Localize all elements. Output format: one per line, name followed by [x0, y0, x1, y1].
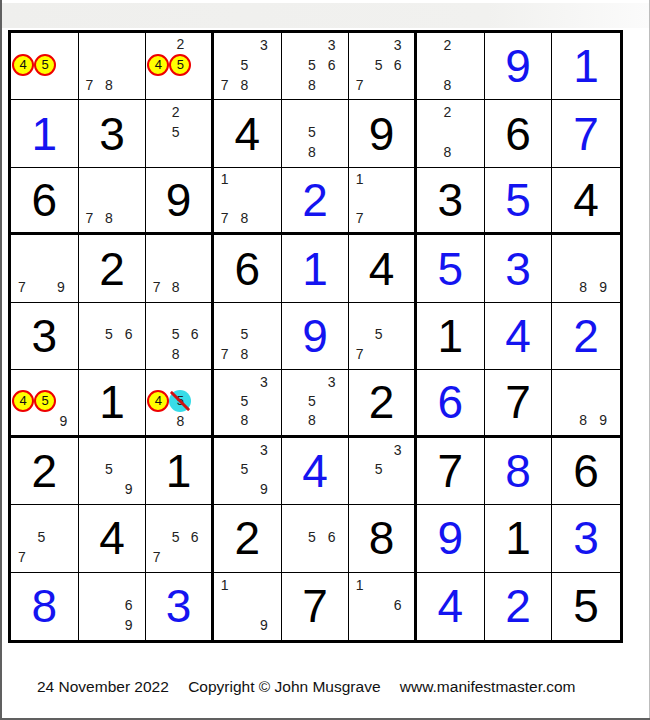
cell-r5c5[interactable]: 9: [282, 303, 350, 370]
cell-r1c2[interactable]: 78: [79, 33, 147, 100]
candidate-7: 7: [215, 344, 235, 364]
solved-digit: 5: [485, 168, 552, 232]
cell-r1c4[interactable]: 3578: [214, 33, 282, 100]
candidate-9: 9: [254, 615, 274, 635]
cell-r6c5[interactable]: 358: [282, 370, 350, 437]
sudoku-board: 4578245357835683567289113254589286767891…: [8, 30, 623, 643]
candidate-grid: 459: [11, 370, 78, 434]
candidate-1: 1: [215, 575, 235, 595]
solved-digit: 7: [552, 100, 620, 166]
cell-r3c7[interactable]: 3: [417, 168, 485, 235]
cell-r5c2[interactable]: 56: [79, 303, 147, 370]
cell-r8c4[interactable]: 2: [214, 505, 282, 572]
solved-digit: 4: [485, 303, 552, 369]
given-digit: 2: [349, 370, 414, 434]
cell-r5c9[interactable]: 2: [552, 303, 620, 370]
empty-candidate-slot: [119, 344, 139, 364]
cell-r4c9[interactable]: 89: [552, 235, 620, 302]
empty-candidate-slot: [12, 76, 34, 95]
empty-candidate-slot: [12, 507, 32, 527]
empty-candidate-slot: [283, 75, 303, 95]
empty-candidate-slot: [388, 479, 407, 499]
cell-r4c6[interactable]: 4: [349, 235, 417, 302]
empty-candidate-slot: [254, 344, 274, 364]
given-digit: 3: [11, 303, 78, 369]
candidate-grid: 3568: [282, 33, 349, 99]
candidate-2: 2: [438, 102, 458, 122]
cell-r7c2[interactable]: 59: [79, 438, 147, 505]
highlighted-candidate-yellow: 4: [147, 390, 169, 412]
empty-candidate-slot: [191, 372, 204, 390]
cell-r1c1[interactable]: 45: [11, 33, 79, 100]
candidate-grid: 359: [214, 438, 281, 504]
cell-r9c3[interactable]: 3: [146, 573, 214, 640]
empty-candidate-slot: [99, 35, 119, 55]
highlighted-candidate-yellow: 4: [12, 54, 34, 76]
cell-r2c5[interactable]: 58: [282, 100, 350, 167]
candidate-grid: 458: [146, 370, 211, 434]
empty-candidate-slot: [215, 411, 235, 430]
candidate-9: 9: [593, 277, 613, 297]
candidate-9: 9: [119, 615, 139, 635]
given-digit: 4: [349, 235, 414, 301]
empty-candidate-slot: [369, 575, 388, 595]
cell-r7c9[interactable]: 6: [552, 438, 620, 505]
candidate-8: 8: [235, 344, 255, 364]
given-digit: 1: [146, 438, 211, 504]
empty-candidate-slot: [119, 170, 139, 189]
cell-r6c3[interactable]: 458: [146, 370, 214, 437]
empty-candidate-slot: [32, 507, 52, 527]
candidate-8: 8: [235, 208, 255, 227]
cell-r9c9[interactable]: 5: [552, 573, 620, 640]
candidate-3: 3: [254, 440, 274, 460]
candidate-3: 3: [322, 35, 342, 55]
empty-candidate-slot: [166, 507, 185, 527]
empty-candidate-slot: [235, 372, 255, 391]
candidate-8: 8: [573, 411, 593, 430]
cell-r1c7[interactable]: 28: [417, 33, 485, 100]
candidate-grid: 89: [552, 370, 620, 434]
empty-candidate-slot: [99, 575, 119, 595]
cell-r8c6[interactable]: 8: [349, 505, 417, 572]
empty-candidate-slot: [215, 325, 235, 345]
cell-r3c1[interactable]: 6: [11, 168, 79, 235]
candidate-6: 6: [388, 595, 407, 615]
candidate-5: 5: [235, 391, 255, 410]
empty-candidate-slot: [12, 257, 32, 277]
empty-candidate-slot: [185, 547, 204, 567]
highlighted-candidate-yellow: 4: [147, 54, 169, 76]
empty-candidate-slot: [12, 35, 34, 54]
cell-r6c7[interactable]: 6: [417, 370, 485, 437]
empty-candidate-slot: [369, 75, 388, 95]
cell-r4c5[interactable]: 1: [282, 235, 350, 302]
empty-candidate-slot: [215, 595, 235, 615]
candidate-5: 5: [169, 54, 191, 76]
solved-digit: 2: [282, 168, 349, 232]
empty-candidate-slot: [147, 257, 166, 277]
cell-r2c9[interactable]: 7: [552, 100, 620, 167]
cell-r8c2[interactable]: 4: [79, 505, 147, 572]
cell-r7c4[interactable]: 359: [214, 438, 282, 505]
cell-r4c3[interactable]: 78: [146, 235, 214, 302]
empty-candidate-slot: [147, 372, 169, 390]
cell-r1c3[interactable]: 245: [146, 33, 214, 100]
cell-r3c9[interactable]: 4: [552, 168, 620, 235]
given-digit: 4: [552, 168, 620, 232]
cell-r2c4[interactable]: 4: [214, 100, 282, 167]
solved-digit: 3: [485, 235, 552, 301]
cell-r1c6[interactable]: 3567: [349, 33, 417, 100]
empty-candidate-slot: [56, 54, 71, 76]
candidate-grid: 57: [349, 303, 414, 369]
empty-candidate-slot: [322, 547, 342, 567]
empty-candidate-slot: [235, 305, 255, 325]
empty-candidate-slot: [166, 237, 185, 257]
cell-r9c4[interactable]: 19: [214, 573, 282, 640]
cell-r7c1[interactable]: 2: [11, 438, 79, 505]
cell-r2c8[interactable]: 6: [485, 100, 553, 167]
empty-candidate-slot: [80, 440, 100, 460]
empty-candidate-slot: [573, 372, 593, 391]
empty-candidate-slot: [283, 411, 303, 430]
empty-candidate-slot: [235, 440, 255, 460]
candidate-7: 7: [350, 208, 369, 227]
candidate-5: 5: [166, 122, 185, 142]
candidate-grid: 16: [349, 573, 414, 640]
cell-r2c7[interactable]: 28: [417, 100, 485, 167]
empty-candidate-slot: [457, 35, 477, 55]
candidate-grid: 19: [214, 573, 281, 640]
candidate-3: 3: [254, 372, 274, 391]
empty-candidate-slot: [283, 391, 303, 410]
empty-candidate-slot: [235, 595, 255, 615]
cell-r3c5[interactable]: 2: [282, 168, 350, 235]
given-digit: 6: [214, 235, 281, 301]
candidate-grid: 3567: [349, 33, 414, 99]
empty-candidate-slot: [553, 237, 573, 257]
empty-candidate-slot: [254, 305, 274, 325]
empty-candidate-slot: [593, 372, 613, 391]
candidate-5: 5: [302, 527, 322, 547]
candidate-6: 6: [119, 595, 139, 615]
empty-candidate-slot: [99, 305, 119, 325]
solved-digit: 1: [282, 235, 349, 301]
empty-candidate-slot: [235, 170, 255, 189]
given-digit: 5: [552, 573, 620, 640]
empty-candidate-slot: [593, 391, 613, 410]
given-digit: 7: [417, 438, 484, 504]
cell-r2c1[interactable]: 1: [11, 100, 79, 167]
footer-website: www.manifestmaster.com: [400, 678, 576, 695]
candidate-7: 7: [147, 547, 166, 567]
candidate-5: 5: [169, 390, 191, 412]
cell-r6c8[interactable]: 7: [485, 370, 553, 437]
cell-r7c7[interactable]: 7: [417, 438, 485, 505]
cell-r7c3[interactable]: 1: [146, 438, 214, 505]
cell-r6c1[interactable]: 459: [11, 370, 79, 437]
candidate-8: 8: [573, 277, 593, 297]
cell-r9c2[interactable]: 69: [79, 573, 147, 640]
candidate-7: 7: [350, 344, 369, 364]
candidate-5: 5: [166, 325, 185, 345]
footer: 24 November 2022 Copyright © John Musgra…: [37, 678, 576, 696]
cell-r7c8[interactable]: 8: [485, 438, 553, 505]
candidate-4: 4: [12, 54, 34, 76]
cell-r4c4[interactable]: 6: [214, 235, 282, 302]
empty-candidate-slot: [573, 257, 593, 277]
cell-r1c9[interactable]: 1: [552, 33, 620, 100]
candidate-5: 5: [166, 527, 185, 547]
cell-r5c4[interactable]: 578: [214, 303, 282, 370]
cell-r9c6[interactable]: 16: [349, 573, 417, 640]
empty-candidate-slot: [369, 344, 388, 364]
solved-digit: 5: [417, 235, 484, 301]
empty-candidate-slot: [12, 527, 32, 547]
empty-candidate-slot: [185, 102, 204, 122]
solved-digit: 4: [417, 573, 484, 640]
candidate-8: 8: [169, 412, 191, 430]
empty-candidate-slot: [80, 305, 100, 325]
empty-candidate-slot: [388, 189, 407, 208]
candidate-grid: 3578: [214, 33, 281, 99]
cell-r8c7[interactable]: 9: [417, 505, 485, 572]
empty-candidate-slot: [215, 372, 235, 391]
candidate-grid: 79: [11, 235, 78, 301]
empty-candidate-slot: [302, 102, 322, 122]
cell-r1c8[interactable]: 9: [485, 33, 553, 100]
given-digit: 2: [79, 235, 146, 301]
cell-r5c6[interactable]: 57: [349, 303, 417, 370]
empty-candidate-slot: [283, 102, 303, 122]
empty-candidate-slot: [418, 102, 438, 122]
candidate-grid: 17: [349, 168, 414, 232]
cell-r5c3[interactable]: 568: [146, 303, 214, 370]
candidate-5: 5: [32, 527, 52, 547]
cell-r9c1[interactable]: 8: [11, 573, 79, 640]
candidate-grid: 78: [79, 168, 146, 232]
empty-candidate-slot: [388, 170, 407, 189]
empty-candidate-slot: [99, 189, 119, 208]
candidate-grid: 28: [417, 100, 484, 166]
empty-candidate-slot: [80, 575, 100, 595]
empty-candidate-slot: [80, 35, 100, 55]
empty-candidate-slot: [350, 305, 369, 325]
candidate-grid: 245: [146, 33, 211, 99]
empty-candidate-slot: [80, 55, 100, 75]
empty-candidate-slot: [56, 390, 71, 412]
candidate-5: 5: [99, 325, 119, 345]
given-digit: 9: [146, 168, 211, 232]
empty-candidate-slot: [166, 305, 185, 325]
empty-candidate-slot: [147, 122, 166, 142]
candidate-9: 9: [593, 411, 613, 430]
empty-candidate-slot: [80, 189, 100, 208]
empty-candidate-slot: [191, 35, 204, 54]
cell-r3c3[interactable]: 9: [146, 168, 214, 235]
candidate-8: 8: [235, 75, 255, 95]
candidate-8: 8: [302, 411, 322, 430]
empty-candidate-slot: [147, 527, 166, 547]
cell-r5c8[interactable]: 4: [485, 303, 553, 370]
empty-candidate-slot: [553, 411, 573, 430]
highlighted-candidate-yellow: 4: [12, 390, 34, 412]
cell-r4c7[interactable]: 5: [417, 235, 485, 302]
cell-r5c1[interactable]: 3: [11, 303, 79, 370]
given-digit: 4: [214, 100, 281, 166]
candidate-8: 8: [302, 75, 322, 95]
candidate-9: 9: [56, 412, 71, 430]
empty-candidate-slot: [185, 277, 204, 297]
empty-candidate-slot: [147, 344, 166, 364]
cell-r6c9[interactable]: 89: [552, 370, 620, 437]
candidate-4: 4: [12, 390, 34, 412]
empty-candidate-slot: [322, 391, 342, 410]
empty-candidate-slot: [593, 257, 613, 277]
cell-r8c1[interactable]: 57: [11, 505, 79, 572]
candidate-5: 5: [235, 459, 255, 479]
candidate-7: 7: [80, 208, 100, 227]
solved-digit: 8: [485, 438, 552, 504]
cell-r4c2[interactable]: 2: [79, 235, 147, 302]
empty-candidate-slot: [388, 305, 407, 325]
cell-r2c2[interactable]: 3: [79, 100, 147, 167]
empty-candidate-slot: [302, 547, 322, 567]
empty-candidate-slot: [119, 575, 139, 595]
empty-candidate-slot: [169, 76, 191, 95]
empty-candidate-slot: [99, 344, 119, 364]
candidate-8: 8: [99, 75, 119, 95]
cell-r6c2[interactable]: 1: [79, 370, 147, 437]
empty-candidate-slot: [80, 459, 100, 479]
given-digit: 1: [485, 505, 552, 571]
cell-r6c6[interactable]: 2: [349, 370, 417, 437]
empty-candidate-slot: [418, 35, 438, 55]
empty-candidate-slot: [51, 257, 71, 277]
candidate-digit: 5: [177, 394, 184, 407]
candidate-2: 2: [169, 35, 191, 54]
cell-r9c5[interactable]: 7: [282, 573, 350, 640]
empty-candidate-slot: [283, 35, 303, 55]
candidate-grid: 78: [146, 235, 211, 301]
window-left-border: [0, 0, 2, 720]
candidate-5: 5: [369, 55, 388, 75]
cell-r3c4[interactable]: 178: [214, 168, 282, 235]
given-digit: 1: [79, 370, 146, 434]
candidate-2: 2: [166, 102, 185, 122]
empty-candidate-slot: [254, 595, 274, 615]
top-bar: [2, 3, 649, 28]
empty-candidate-slot: [235, 615, 255, 635]
cell-r9c7[interactable]: 4: [417, 573, 485, 640]
empty-candidate-slot: [553, 391, 573, 410]
cell-r6c4[interactable]: 358: [214, 370, 282, 437]
cell-r7c5[interactable]: 4: [282, 438, 350, 505]
candidate-1: 1: [350, 170, 369, 189]
cell-r8c9[interactable]: 3: [552, 505, 620, 572]
empty-candidate-slot: [119, 459, 139, 479]
empty-candidate-slot: [322, 122, 342, 142]
empty-candidate-slot: [119, 55, 139, 75]
given-digit: 7: [485, 370, 552, 434]
given-digit: 8: [349, 505, 414, 571]
given-digit: 1: [417, 303, 484, 369]
candidate-grid: 358: [214, 370, 281, 434]
empty-candidate-slot: [147, 412, 169, 430]
given-digit: 6: [552, 438, 620, 504]
empty-candidate-slot: [369, 305, 388, 325]
cell-r8c3[interactable]: 567: [146, 505, 214, 572]
given-digit: 4: [79, 505, 146, 571]
cell-r2c6[interactable]: 9: [349, 100, 417, 167]
empty-candidate-slot: [438, 55, 458, 75]
empty-candidate-slot: [388, 459, 407, 479]
candidate-6: 6: [322, 527, 342, 547]
empty-candidate-slot: [191, 412, 204, 430]
empty-candidate-slot: [32, 257, 52, 277]
empty-candidate-slot: [34, 35, 56, 54]
candidate-5: 5: [302, 391, 322, 410]
empty-candidate-slot: [119, 75, 139, 95]
cell-r3c8[interactable]: 5: [485, 168, 553, 235]
cell-r7c6[interactable]: 35: [349, 438, 417, 505]
eliminated-candidate-cyan-strike: 5: [169, 390, 191, 412]
empty-candidate-slot: [191, 54, 204, 76]
candidate-7: 7: [12, 277, 32, 297]
empty-candidate-slot: [350, 479, 369, 499]
given-digit: 6: [11, 168, 78, 232]
cell-r4c8[interactable]: 3: [485, 235, 553, 302]
cell-r3c2[interactable]: 78: [79, 168, 147, 235]
empty-candidate-slot: [147, 35, 169, 54]
cell-r1c5[interactable]: 3568: [282, 33, 350, 100]
candidate-9: 9: [51, 277, 71, 297]
empty-candidate-slot: [322, 102, 342, 122]
candidate-6: 6: [119, 325, 139, 345]
cell-r4c1[interactable]: 79: [11, 235, 79, 302]
candidate-6: 6: [185, 325, 204, 345]
cell-r8c8[interactable]: 1: [485, 505, 553, 572]
candidate-grid: 578: [214, 303, 281, 369]
empty-candidate-slot: [185, 344, 204, 364]
empty-candidate-slot: [185, 257, 204, 277]
candidate-8: 8: [438, 142, 458, 162]
empty-candidate-slot: [215, 305, 235, 325]
cell-r3c6[interactable]: 17: [349, 168, 417, 235]
cell-r9c8[interactable]: 2: [485, 573, 553, 640]
cell-r8c5[interactable]: 56: [282, 505, 350, 572]
empty-candidate-slot: [388, 344, 407, 364]
empty-candidate-slot: [32, 277, 52, 297]
empty-candidate-slot: [166, 142, 185, 162]
candidate-5: 5: [99, 459, 119, 479]
candidate-4: 4: [147, 390, 169, 412]
given-digit: 3: [417, 168, 484, 232]
empty-candidate-slot: [119, 440, 139, 460]
candidate-6: 6: [322, 55, 342, 75]
empty-candidate-slot: [99, 170, 119, 189]
empty-candidate-slot: [283, 122, 303, 142]
cell-r5c7[interactable]: 1: [417, 303, 485, 370]
empty-candidate-slot: [302, 35, 322, 55]
candidate-grid: 358: [282, 370, 349, 434]
empty-candidate-slot: [235, 35, 255, 55]
candidate-grid: 25: [146, 100, 211, 166]
candidate-7: 7: [215, 75, 235, 95]
cell-r2c3[interactable]: 25: [146, 100, 214, 167]
candidate-grid: 59: [79, 438, 146, 504]
